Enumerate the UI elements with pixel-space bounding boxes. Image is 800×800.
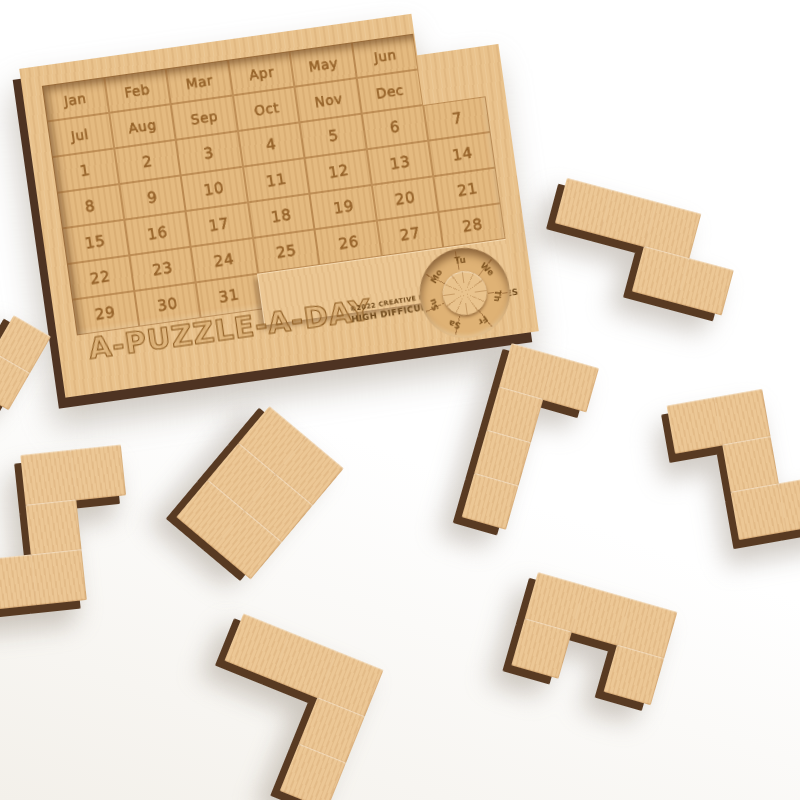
- cell-label: 17: [208, 214, 231, 235]
- piece-top-face: [667, 381, 800, 548]
- cell-label: 27: [399, 224, 422, 245]
- puzzle-piece-u-pentomino[interactable]: [512, 572, 677, 704]
- cell-label: 13: [389, 152, 412, 173]
- dial-day-Fr: Fr: [476, 314, 489, 328]
- cell-label: Mar: [185, 72, 214, 92]
- dial-center-wheel[interactable]: [440, 268, 490, 318]
- puzzle-piece-edge-fragment[interactable]: [0, 315, 50, 409]
- piece-cell: [69, 444, 125, 500]
- cell-label: Jun: [373, 46, 398, 65]
- cell-label: 23: [151, 258, 174, 279]
- cell-label: 20: [394, 188, 417, 209]
- piece-top-face: [0, 445, 135, 610]
- piece-cell: [30, 549, 86, 605]
- cell-label: Jul: [70, 126, 90, 145]
- cell-label: 10: [203, 178, 226, 199]
- cell-label: 11: [265, 170, 288, 191]
- piece-top-face: [543, 178, 745, 314]
- cell-label: Nov: [313, 90, 343, 110]
- cell-label: Apr: [248, 63, 275, 83]
- piece-top-face: [512, 572, 677, 704]
- puzzle-piece-z-pentomino-right[interactable]: [667, 381, 800, 548]
- cell-label: 26: [337, 232, 360, 253]
- puzzle-piece-rectangle-2x3[interactable]: [177, 406, 343, 578]
- dial-day-Su: Su: [427, 297, 441, 312]
- piece-cell: [20, 449, 76, 505]
- cell-label: 4: [265, 135, 278, 154]
- puzzle-piece-z-pentomino-left[interactable]: [0, 445, 135, 610]
- piece-cell: [25, 499, 81, 555]
- cell-label: 21: [456, 179, 479, 200]
- puzzle-piece-l-pentomino[interactable]: [462, 343, 598, 541]
- puzzle-board: JanFebMarAprMayJunJulAugSepOctNovDec1234…: [19, 2, 539, 397]
- cell-label: 19: [332, 197, 355, 218]
- cell-label: 6: [389, 117, 402, 136]
- cell-label: 24: [213, 250, 236, 271]
- cell-label: 29: [94, 303, 117, 324]
- board-top-face: JanFebMarAprMayJunJulAugSepOctNovDec1234…: [19, 2, 539, 397]
- cell-label: 16: [146, 223, 169, 244]
- scene: JanFebMarAprMayJunJulAugSepOctNovDec1234…: [0, 0, 800, 800]
- puzzle-piece-v-pentomino[interactable]: [187, 613, 382, 800]
- cell-label: 14: [451, 144, 474, 165]
- cell-label: 18: [270, 205, 293, 226]
- cell-label: Feb: [123, 81, 151, 101]
- cell-label: 1: [79, 161, 92, 180]
- cell-label: 9: [146, 188, 159, 207]
- cell-label: 22: [89, 267, 112, 288]
- cell-label: 7: [451, 109, 464, 128]
- cell-label: Dec: [375, 81, 405, 101]
- cell-label: 30: [156, 294, 179, 315]
- dial-day-Tu: Tu: [454, 255, 466, 266]
- cell-label: Sep: [190, 108, 219, 128]
- dial-day-Mo: Mo: [428, 268, 444, 285]
- piece-top-face: [0, 315, 50, 409]
- cell-label: 31: [218, 285, 241, 306]
- calendar-grid: JanFebMarAprMayJunJulAugSepOctNovDec1234…: [42, 25, 476, 86]
- cell-label: 8: [84, 197, 97, 216]
- cell-label: 25: [275, 241, 298, 262]
- cell-label: Aug: [127, 116, 157, 136]
- cell-label: May: [307, 54, 339, 74]
- cell-label: 28: [461, 215, 484, 236]
- cell-label: 2: [141, 152, 154, 171]
- cell-label: Jan: [63, 90, 88, 109]
- dial-day-Th: Th: [492, 290, 503, 303]
- cell-label: 12: [327, 161, 350, 182]
- cell-label: 3: [203, 144, 216, 163]
- dial-day-Sa: Sa: [448, 318, 462, 331]
- puzzle-piece-n-pentomino[interactable]: [543, 178, 745, 314]
- piece-top-face: [177, 406, 343, 578]
- piece-top-face: [462, 343, 598, 541]
- cell-label: 15: [84, 232, 107, 253]
- dial-day-We: We: [479, 260, 497, 277]
- cell-label: 5: [327, 126, 340, 145]
- cell-label: Oct: [253, 99, 280, 119]
